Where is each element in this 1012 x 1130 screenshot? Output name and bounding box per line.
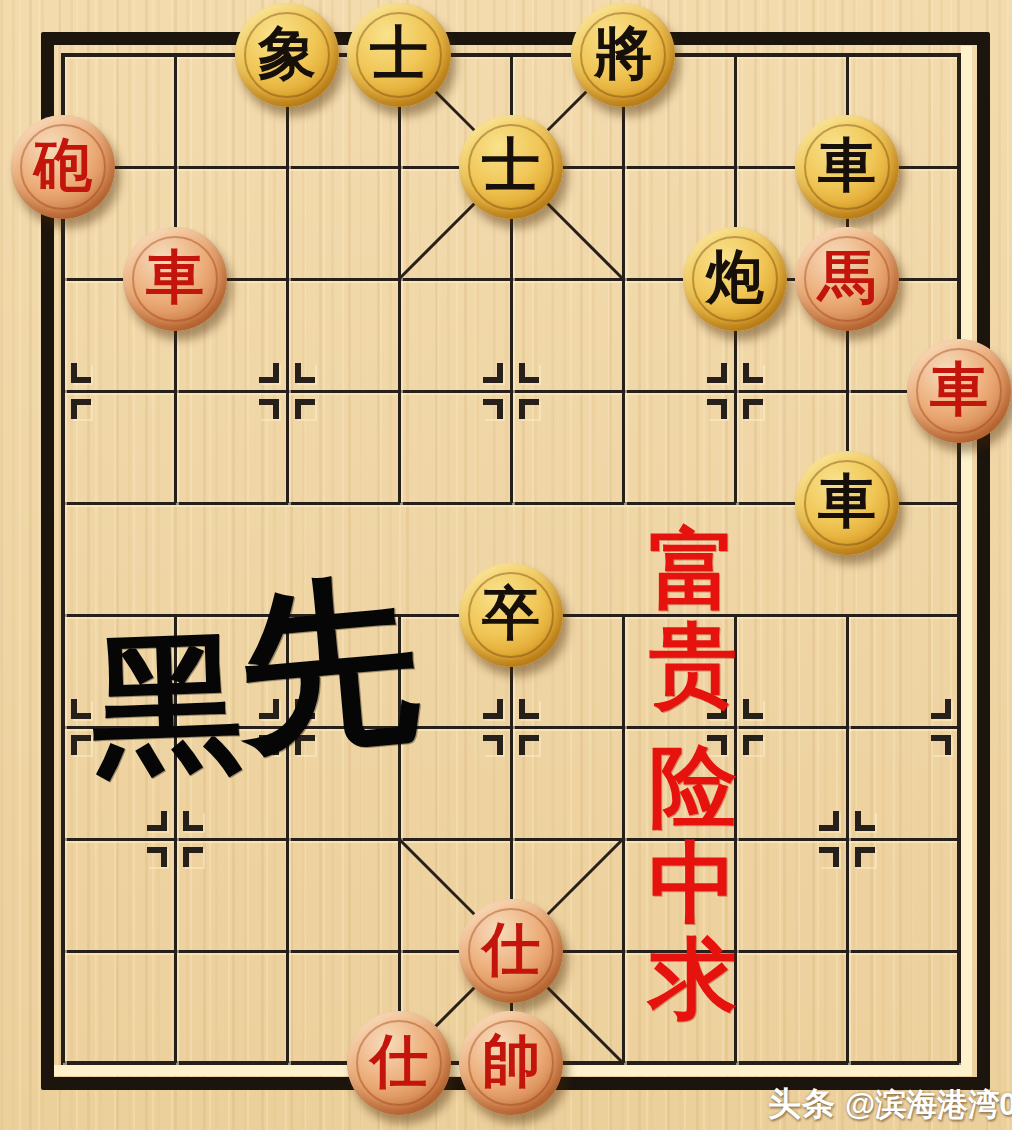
red-general-glyph: 帥 [482,1033,540,1091]
watermark-handle: @滨海港湾06 [845,1084,1012,1126]
annotation-black-first-char: 先 [230,570,425,765]
red-advisor-glyph: 仕 [370,1033,428,1091]
piece-red-chariot-f9r4[interactable]: 車 [907,339,1011,443]
piece-black-chariot-f8r2[interactable]: 車 [795,115,899,219]
red-chariot-glyph: 車 [146,249,204,307]
annotation-motto-char: 贵 [648,622,738,710]
piece-red-advisor-f4r10[interactable]: 仕 [347,1011,451,1115]
piece-red-advisor-f5r9[interactable]: 仕 [459,899,563,1003]
red-chariot-glyph: 車 [930,361,988,419]
red-advisor-glyph: 仕 [482,921,540,979]
watermark: 头条 @滨海港湾06 [768,1082,1012,1127]
red-horse-glyph: 馬 [818,249,876,307]
black-chariot-glyph: 車 [818,137,876,195]
piece-black-general-f6r1[interactable]: 將 [571,3,675,107]
piece-red-cannon-f1r2[interactable]: 砲 [11,115,115,219]
black-advisor-glyph: 士 [482,137,540,195]
watermark-brand-logo: 头条 [768,1082,836,1127]
black-general-glyph: 將 [594,25,652,83]
piece-black-elephant-f3r1[interactable]: 象 [235,3,339,107]
annotation-motto-char: 险 [648,744,738,832]
piece-red-general-f5r10[interactable]: 帥 [459,1011,563,1115]
black-chariot-glyph: 車 [818,473,876,531]
annotation-black-first-char: 黑 [89,627,244,782]
piece-black-soldier-f5r6[interactable]: 卒 [459,563,563,667]
annotation-motto-char: 中 [648,840,738,928]
piece-black-advisor-f4r1[interactable]: 士 [347,3,451,107]
annotation-motto-char: 求 [648,936,738,1024]
black-soldier-glyph: 卒 [482,585,540,643]
black-cannon-glyph: 炮 [706,249,764,307]
piece-red-horse-f8r3[interactable]: 馬 [795,227,899,331]
black-advisor-glyph: 士 [370,25,428,83]
piece-black-chariot-f8r5[interactable]: 車 [795,451,899,555]
black-elephant-glyph: 象 [258,25,316,83]
piece-red-chariot-f2r3[interactable]: 車 [123,227,227,331]
xiangqi-board-scene: 黑先富贵险中求 象士將砲士車車炮馬車車卒仕仕帥 头条 @滨海港湾06 [0,0,1012,1130]
red-cannon-glyph: 砲 [34,137,92,195]
piece-black-cannon-f7r3[interactable]: 炮 [683,227,787,331]
piece-black-advisor-f5r2[interactable]: 士 [459,115,563,219]
annotation-motto-char: 富 [648,527,738,615]
